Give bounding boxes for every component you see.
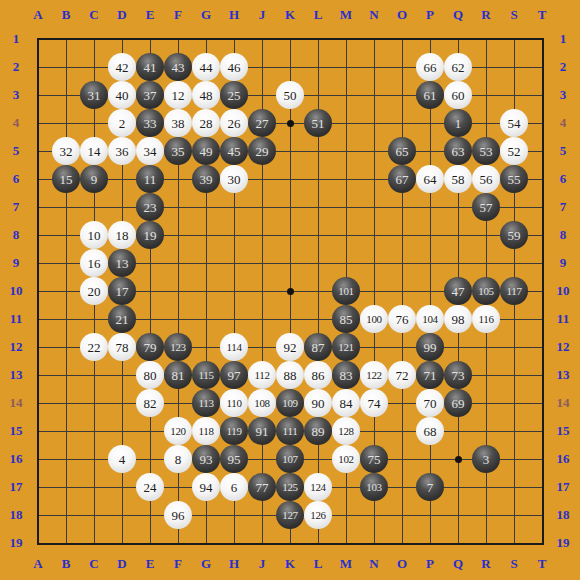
stone-black-89-L15[interactable]: 89 [304,417,332,445]
move-number: 61 [424,89,437,102]
move-number: 91 [256,425,269,438]
move-number: 65 [396,145,409,158]
col-bottom-label-C: C [80,554,108,574]
stone-black-25-H3[interactable]: 25 [220,81,248,109]
move-number: 55 [508,173,521,186]
col-top-label-K: K [276,5,304,25]
col-top-label-J: J [248,5,276,25]
stone-white-100-N11[interactable]: 100 [360,305,388,333]
stone-black-59-S8[interactable]: 59 [500,221,528,249]
stone-white-24-E17[interactable]: 24 [136,473,164,501]
stone-black-33-E4[interactable]: 33 [136,109,164,137]
stone-black-91-J15[interactable]: 91 [248,417,276,445]
move-number: 54 [508,117,521,130]
move-number: 43 [172,61,185,74]
move-number: 93 [200,453,213,466]
stone-white-22-C12[interactable]: 22 [80,333,108,361]
move-number: 128 [338,426,354,437]
stone-black-71-P13[interactable]: 71 [416,361,444,389]
stone-white-52-S5[interactable]: 52 [500,137,528,165]
move-number: 18 [116,229,129,242]
move-number: 59 [508,229,521,242]
col-bottom-label-Q: Q [444,554,472,574]
move-number: 56 [480,173,493,186]
col-top-label-P: P [416,5,444,25]
stone-white-18-D8[interactable]: 18 [108,221,136,249]
move-number: 19 [144,229,157,242]
stone-white-50-K3[interactable]: 50 [276,81,304,109]
move-number: 73 [452,369,465,382]
move-number: 60 [452,89,465,102]
stone-black-119-H15[interactable]: 119 [220,417,248,445]
move-number: 108 [254,398,270,409]
move-number: 4 [119,453,126,466]
move-number: 117 [506,286,521,297]
stone-black-109-K14[interactable]: 109 [276,389,304,417]
stone-white-92-K12[interactable]: 92 [276,333,304,361]
move-number: 27 [256,117,269,130]
move-number: 78 [116,341,129,354]
stone-black-107-K16[interactable]: 107 [276,445,304,473]
move-number: 15 [60,173,73,186]
move-number: 100 [366,314,382,325]
stone-black-39-G6[interactable]: 39 [192,165,220,193]
move-number: 20 [88,285,101,298]
move-number: 16 [88,257,101,270]
stone-black-73-Q13[interactable]: 73 [444,361,472,389]
move-number: 33 [144,117,157,130]
move-number: 99 [424,341,437,354]
move-number: 77 [256,481,269,494]
move-number: 86 [312,369,325,382]
stone-white-30-H6[interactable]: 30 [220,165,248,193]
move-number: 9 [91,173,98,186]
col-bottom-label-H: H [220,554,248,574]
stone-black-19-E8[interactable]: 19 [136,221,164,249]
stone-black-83-M13[interactable]: 83 [332,361,360,389]
move-number: 50 [284,89,297,102]
col-top-label-S: S [500,5,528,25]
move-number: 123 [170,342,186,353]
stone-white-60-Q3[interactable]: 60 [444,81,472,109]
move-number: 80 [144,369,157,382]
stone-white-14-C5[interactable]: 14 [80,137,108,165]
stone-black-23-E7[interactable]: 23 [136,193,164,221]
move-number: 72 [396,369,409,382]
stone-black-123-F12[interactable]: 123 [164,333,192,361]
board-intersections[interactable]: 1234678910111213141516171819202122232425… [24,25,556,557]
stone-white-54-S4[interactable]: 54 [500,109,528,137]
move-number: 26 [228,117,241,130]
move-number: 30 [228,173,241,186]
move-number: 119 [226,426,241,437]
go-board[interactable]: ABCDEFGHJKLMNOPQRST ABCDEFGHJKLMNOPQRST … [0,0,580,580]
stone-black-111-K15[interactable]: 111 [276,417,304,445]
move-number: 57 [480,201,493,214]
stone-white-126-L18[interactable]: 126 [304,501,332,529]
stone-white-72-O13[interactable]: 72 [388,361,416,389]
move-number: 35 [172,145,185,158]
move-number: 120 [170,426,186,437]
stone-black-63-Q5[interactable]: 63 [444,137,472,165]
move-number: 115 [198,370,213,381]
move-number: 62 [452,61,465,74]
stone-white-62-Q2[interactable]: 62 [444,53,472,81]
stone-white-32-B5[interactable]: 32 [52,137,80,165]
move-number: 97 [228,369,241,382]
move-number: 92 [284,341,297,354]
move-number: 104 [422,314,438,325]
move-number: 12 [172,89,185,102]
col-bottom-label-M: M [332,554,360,574]
stone-white-16-C9[interactable]: 16 [80,249,108,277]
move-number: 38 [172,117,185,130]
col-top-label-B: B [52,5,80,25]
move-number: 7 [427,481,434,494]
stone-black-31-C3[interactable]: 31 [80,81,108,109]
stone-white-98-Q11[interactable]: 98 [444,305,472,333]
move-number: 31 [88,89,101,102]
move-number: 42 [116,61,129,74]
stone-white-78-D12[interactable]: 78 [108,333,136,361]
col-bottom-label-L: L [304,554,332,574]
move-number: 34 [144,145,157,158]
move-number: 71 [424,369,437,382]
col-top-label-N: N [360,5,388,25]
stone-white-90-L14[interactable]: 90 [304,389,332,417]
column-labels-bottom: ABCDEFGHJKLMNOPQRST [24,554,556,574]
stone-black-97-H13[interactable]: 97 [220,361,248,389]
stone-black-103-N17[interactable]: 103 [360,473,388,501]
col-top-label-D: D [108,5,136,25]
stone-white-128-M15[interactable]: 128 [332,417,360,445]
stone-white-56-R6[interactable]: 56 [472,165,500,193]
move-number: 88 [284,369,297,382]
move-number: 94 [200,481,213,494]
stone-white-70-P14[interactable]: 70 [416,389,444,417]
stone-black-49-G5[interactable]: 49 [192,137,220,165]
move-number: 105 [478,286,494,297]
col-top-label-H: H [220,5,248,25]
move-number: 45 [228,145,241,158]
move-number: 22 [88,341,101,354]
stone-black-9-C6[interactable]: 9 [80,165,108,193]
move-number: 114 [226,342,241,353]
move-number: 36 [116,145,129,158]
move-number: 28 [200,117,213,130]
stone-black-105-R10[interactable]: 105 [472,277,500,305]
stone-white-20-C10[interactable]: 20 [80,277,108,305]
col-bottom-label-S: S [500,554,528,574]
col-top-label-G: G [192,5,220,25]
stone-white-28-G4[interactable]: 28 [192,109,220,137]
stone-black-37-E3[interactable]: 37 [136,81,164,109]
move-number: 37 [144,89,157,102]
move-number: 68 [424,425,437,438]
stone-black-57-R7[interactable]: 57 [472,193,500,221]
stone-white-66-P2[interactable]: 66 [416,53,444,81]
stone-black-29-J5[interactable]: 29 [248,137,276,165]
col-bottom-label-G: G [192,554,220,574]
stone-black-65-O5[interactable]: 65 [388,137,416,165]
stone-white-8-F16[interactable]: 8 [164,445,192,473]
col-top-label-R: R [472,5,500,25]
stone-white-88-K13[interactable]: 88 [276,361,304,389]
stone-black-1-Q4[interactable]: 1 [444,109,472,137]
col-top-label-F: F [164,5,192,25]
move-number: 66 [424,61,437,74]
move-number: 67 [396,173,409,186]
stone-white-26-H4[interactable]: 26 [220,109,248,137]
move-number: 79 [144,341,157,354]
move-number: 81 [172,369,185,382]
move-number: 124 [310,482,326,493]
stone-white-110-H14[interactable]: 110 [220,389,248,417]
move-number: 11 [144,173,157,186]
col-bottom-label-P: P [416,554,444,574]
stone-white-124-L17[interactable]: 124 [304,473,332,501]
move-number: 98 [452,313,465,326]
stone-white-102-M16[interactable]: 102 [332,445,360,473]
move-number: 113 [198,398,213,409]
move-number: 49 [200,145,213,158]
stone-black-53-R5[interactable]: 53 [472,137,500,165]
move-number: 53 [480,145,493,158]
move-number: 89 [312,425,325,438]
col-bottom-label-B: B [52,554,80,574]
stone-black-75-N16[interactable]: 75 [360,445,388,473]
col-bottom-label-F: F [164,554,192,574]
move-number: 76 [396,313,409,326]
move-number: 25 [228,89,241,102]
stone-black-87-L12[interactable]: 87 [304,333,332,361]
move-number: 3 [483,453,490,466]
col-bottom-label-T: T [528,554,556,574]
stone-white-94-G17[interactable]: 94 [192,473,220,501]
stone-black-45-H5[interactable]: 45 [220,137,248,165]
col-top-label-E: E [136,5,164,25]
stone-white-46-H2[interactable]: 46 [220,53,248,81]
move-number: 83 [340,369,353,382]
stone-white-82-E14[interactable]: 82 [136,389,164,417]
stone-black-61-P3[interactable]: 61 [416,81,444,109]
stone-black-3-R16[interactable]: 3 [472,445,500,473]
move-number: 41 [144,61,157,74]
move-number: 112 [254,370,269,381]
stone-white-96-F18[interactable]: 96 [164,501,192,529]
stone-white-120-F15[interactable]: 120 [164,417,192,445]
move-number: 23 [144,201,157,214]
stone-white-42-D2[interactable]: 42 [108,53,136,81]
move-number: 95 [228,453,241,466]
stone-white-108-J14[interactable]: 108 [248,389,276,417]
move-number: 70 [424,397,437,410]
stone-white-112-J13[interactable]: 112 [248,361,276,389]
move-number: 47 [452,285,465,298]
move-number: 87 [312,341,325,354]
stone-white-4-D16[interactable]: 4 [108,445,136,473]
move-number: 2 [119,117,126,130]
stone-white-122-N13[interactable]: 122 [360,361,388,389]
col-top-label-T: T [528,5,556,25]
move-number: 63 [452,145,465,158]
move-number: 14 [88,145,101,158]
stone-black-51-L4[interactable]: 51 [304,109,332,137]
stone-white-38-F4[interactable]: 38 [164,109,192,137]
move-number: 39 [200,173,213,186]
col-bottom-label-O: O [388,554,416,574]
move-number: 24 [144,481,157,494]
move-number: 96 [172,509,185,522]
stone-white-68-P15[interactable]: 68 [416,417,444,445]
move-number: 29 [256,145,269,158]
stone-white-36-D5[interactable]: 36 [108,137,136,165]
stone-black-117-S10[interactable]: 117 [500,277,528,305]
stone-white-6-H17[interactable]: 6 [220,473,248,501]
move-number: 118 [198,426,213,437]
stone-black-121-M12[interactable]: 121 [332,333,360,361]
col-bottom-label-A: A [24,554,52,574]
move-number: 107 [282,454,298,465]
move-number: 116 [478,314,493,325]
move-number: 10 [88,229,101,242]
stone-black-95-H16[interactable]: 95 [220,445,248,473]
col-bottom-label-J: J [248,554,276,574]
move-number: 32 [60,145,73,158]
stone-black-93-G16[interactable]: 93 [192,445,220,473]
stone-white-80-E13[interactable]: 80 [136,361,164,389]
col-top-label-C: C [80,5,108,25]
move-number: 6 [231,481,238,494]
stone-white-58-Q6[interactable]: 58 [444,165,472,193]
stone-white-118-G15[interactable]: 118 [192,417,220,445]
stone-white-40-D3[interactable]: 40 [108,81,136,109]
stone-black-7-P17[interactable]: 7 [416,473,444,501]
move-number: 17 [116,285,129,298]
move-number: 122 [366,370,382,381]
move-number: 1 [455,117,462,130]
col-top-label-L: L [304,5,332,25]
stone-black-69-Q14[interactable]: 69 [444,389,472,417]
move-number: 84 [340,397,353,410]
move-number: 103 [366,482,382,493]
stone-black-81-F13[interactable]: 81 [164,361,192,389]
move-number: 40 [116,89,129,102]
move-number: 111 [283,426,298,437]
move-number: 82 [144,397,157,410]
stone-black-77-J17[interactable]: 77 [248,473,276,501]
stone-black-41-E2[interactable]: 41 [136,53,164,81]
col-bottom-label-R: R [472,554,500,574]
col-bottom-label-N: N [360,554,388,574]
stone-black-15-B6[interactable]: 15 [52,165,80,193]
stone-white-74-N14[interactable]: 74 [360,389,388,417]
stone-white-48-G3[interactable]: 48 [192,81,220,109]
move-number: 110 [226,398,241,409]
stone-white-114-H12[interactable]: 114 [220,333,248,361]
stone-white-10-C8[interactable]: 10 [80,221,108,249]
move-number: 126 [310,510,326,521]
stone-black-127-K18[interactable]: 127 [276,501,304,529]
move-number: 52 [508,145,521,158]
col-bottom-label-D: D [108,554,136,574]
move-number: 101 [338,286,354,297]
move-number: 75 [368,453,381,466]
stone-black-17-D10[interactable]: 17 [108,277,136,305]
stone-white-76-O11[interactable]: 76 [388,305,416,333]
stone-black-101-M10[interactable]: 101 [332,277,360,305]
move-number: 125 [282,482,298,493]
move-number: 46 [228,61,241,74]
stone-black-99-P12[interactable]: 99 [416,333,444,361]
move-number: 48 [200,89,213,102]
move-number: 8 [175,453,182,466]
move-number: 13 [116,257,129,270]
move-number: 69 [452,397,465,410]
move-number: 21 [116,313,129,326]
move-number: 64 [424,173,437,186]
stone-white-104-P11[interactable]: 104 [416,305,444,333]
stone-black-21-D11[interactable]: 21 [108,305,136,333]
move-number: 85 [340,313,353,326]
stone-black-43-F2[interactable]: 43 [164,53,192,81]
move-number: 109 [282,398,298,409]
move-number: 44 [200,61,213,74]
stone-black-27-J4[interactable]: 27 [248,109,276,137]
col-top-label-Q: Q [444,5,472,25]
stone-black-13-D9[interactable]: 13 [108,249,136,277]
stone-white-44-G2[interactable]: 44 [192,53,220,81]
stone-white-86-L13[interactable]: 86 [304,361,332,389]
stone-black-67-O6[interactable]: 67 [388,165,416,193]
stone-white-116-R11[interactable]: 116 [472,305,500,333]
stone-white-34-E5[interactable]: 34 [136,137,164,165]
stone-black-79-E12[interactable]: 79 [136,333,164,361]
stone-white-12-F3[interactable]: 12 [164,81,192,109]
stone-white-64-P6[interactable]: 64 [416,165,444,193]
col-top-label-A: A [24,5,52,25]
stone-black-35-F5[interactable]: 35 [164,137,192,165]
col-bottom-label-K: K [276,554,304,574]
stone-black-85-M11[interactable]: 85 [332,305,360,333]
col-top-label-O: O [388,5,416,25]
stone-black-47-Q10[interactable]: 47 [444,277,472,305]
col-top-label-M: M [332,5,360,25]
stone-black-11-E6[interactable]: 11 [136,165,164,193]
column-labels-top: ABCDEFGHJKLMNOPQRST [24,5,556,25]
stone-black-113-G14[interactable]: 113 [192,389,220,417]
col-bottom-label-E: E [136,554,164,574]
stone-black-115-G13[interactable]: 115 [192,361,220,389]
stone-black-55-S6[interactable]: 55 [500,165,528,193]
move-number: 58 [452,173,465,186]
move-number: 51 [312,117,325,130]
stone-white-84-M14[interactable]: 84 [332,389,360,417]
move-number: 74 [368,397,381,410]
move-number: 90 [312,397,325,410]
move-number: 121 [338,342,354,353]
stone-white-2-D4[interactable]: 2 [108,109,136,137]
stone-black-125-K17[interactable]: 125 [276,473,304,501]
move-number: 102 [338,454,354,465]
move-number: 127 [282,510,298,521]
